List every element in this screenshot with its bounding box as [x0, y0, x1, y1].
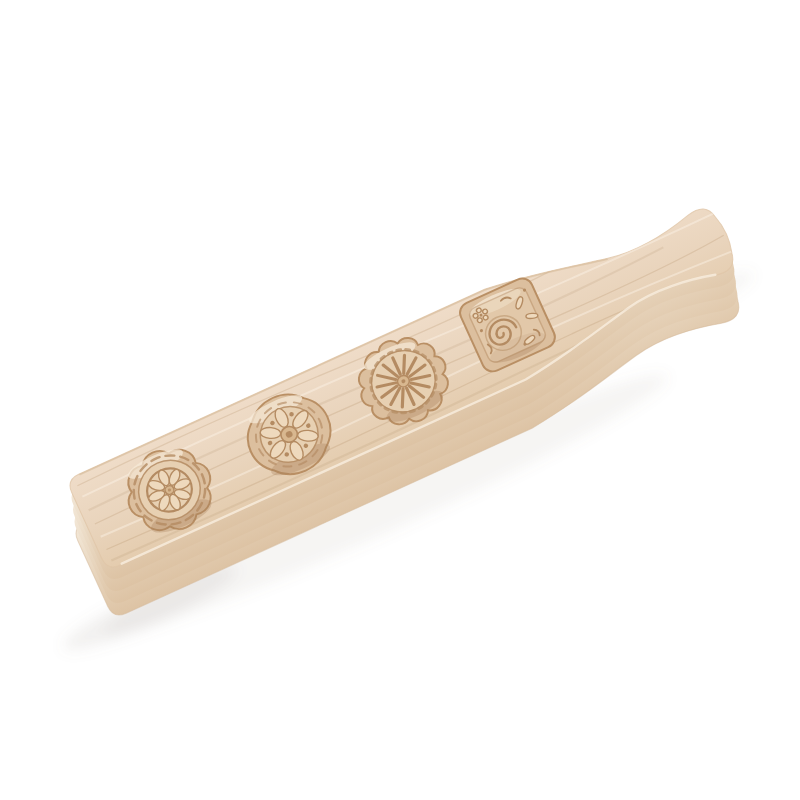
mooncake-mold-photo: [0, 0, 800, 800]
product-photo-stage: [0, 0, 800, 800]
